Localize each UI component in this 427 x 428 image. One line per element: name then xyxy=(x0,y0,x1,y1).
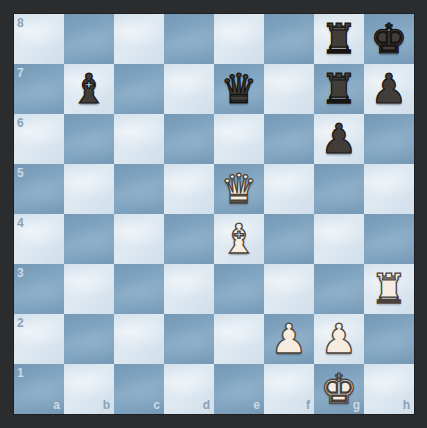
square-e5[interactable]: ♛ xyxy=(214,164,264,214)
square-f6[interactable] xyxy=(264,114,314,164)
square-f7[interactable] xyxy=(264,64,314,114)
chess-board-frame: 8♜♚7♝♛♜♟6♟5♛4♝3♜2♟♟1abcdefg♚h xyxy=(0,0,427,428)
square-g1[interactable]: g♚ xyxy=(314,364,364,414)
square-b3[interactable] xyxy=(64,264,114,314)
square-e6[interactable] xyxy=(214,114,264,164)
square-f3[interactable] xyxy=(264,264,314,314)
square-a6[interactable]: 6 xyxy=(14,114,64,164)
file-label-f: f xyxy=(306,399,310,411)
square-g8[interactable]: ♜ xyxy=(314,14,364,64)
square-h2[interactable] xyxy=(364,314,414,364)
square-g3[interactable] xyxy=(314,264,364,314)
square-g7[interactable]: ♜ xyxy=(314,64,364,114)
piece-white-queen-e5[interactable]: ♛ xyxy=(221,164,258,214)
square-g2[interactable]: ♟ xyxy=(314,314,364,364)
square-b6[interactable] xyxy=(64,114,114,164)
square-a4[interactable]: 4 xyxy=(14,214,64,264)
square-d4[interactable] xyxy=(164,214,214,264)
square-f4[interactable] xyxy=(264,214,314,264)
square-b5[interactable] xyxy=(64,164,114,214)
square-f1[interactable]: f xyxy=(264,364,314,414)
square-d6[interactable] xyxy=(164,114,214,164)
square-e2[interactable] xyxy=(214,314,264,364)
square-a7[interactable]: 7 xyxy=(14,64,64,114)
file-label-d: d xyxy=(203,399,210,411)
piece-black-bishop-b7[interactable]: ♝ xyxy=(71,64,108,114)
square-c1[interactable]: c xyxy=(114,364,164,414)
file-label-c: c xyxy=(153,399,160,411)
square-a3[interactable]: 3 xyxy=(14,264,64,314)
rank-label-2: 2 xyxy=(17,317,24,329)
file-label-b: b xyxy=(103,399,110,411)
rank-label-7: 7 xyxy=(17,67,24,79)
square-b4[interactable] xyxy=(64,214,114,264)
square-h6[interactable] xyxy=(364,114,414,164)
square-d7[interactable] xyxy=(164,64,214,114)
square-d3[interactable] xyxy=(164,264,214,314)
rank-label-5: 5 xyxy=(17,167,24,179)
square-h7[interactable]: ♟ xyxy=(364,64,414,114)
square-d8[interactable] xyxy=(164,14,214,64)
rank-label-1: 1 xyxy=(17,367,24,379)
square-h4[interactable] xyxy=(364,214,414,264)
square-h8[interactable]: ♚ xyxy=(364,14,414,64)
piece-black-pawn-g6[interactable]: ♟ xyxy=(321,114,358,164)
file-label-e: e xyxy=(253,399,260,411)
square-c5[interactable] xyxy=(114,164,164,214)
square-g6[interactable]: ♟ xyxy=(314,114,364,164)
square-e8[interactable] xyxy=(214,14,264,64)
file-label-h: h xyxy=(403,399,410,411)
square-b1[interactable]: b xyxy=(64,364,114,414)
square-e3[interactable] xyxy=(214,264,264,314)
square-h3[interactable]: ♜ xyxy=(364,264,414,314)
square-h5[interactable] xyxy=(364,164,414,214)
piece-black-rook-g8[interactable]: ♜ xyxy=(321,14,358,64)
rank-label-3: 3 xyxy=(17,267,24,279)
file-label-a: a xyxy=(53,399,60,411)
square-d5[interactable] xyxy=(164,164,214,214)
square-f5[interactable] xyxy=(264,164,314,214)
square-e4[interactable]: ♝ xyxy=(214,214,264,264)
piece-white-pawn-g2[interactable]: ♟ xyxy=(321,314,358,364)
piece-white-rook-h3[interactable]: ♜ xyxy=(371,264,408,314)
square-c6[interactable] xyxy=(114,114,164,164)
piece-white-pawn-f2[interactable]: ♟ xyxy=(271,314,308,364)
square-a1[interactable]: 1a xyxy=(14,364,64,414)
square-c3[interactable] xyxy=(114,264,164,314)
rank-label-4: 4 xyxy=(17,217,24,229)
piece-black-king-h8[interactable]: ♚ xyxy=(371,14,408,64)
piece-black-pawn-h7[interactable]: ♟ xyxy=(371,64,408,114)
square-c2[interactable] xyxy=(114,314,164,364)
square-b8[interactable] xyxy=(64,14,114,64)
rank-label-8: 8 xyxy=(17,17,24,29)
square-b2[interactable] xyxy=(64,314,114,364)
square-f8[interactable] xyxy=(264,14,314,64)
square-g4[interactable] xyxy=(314,214,364,264)
square-b7[interactable]: ♝ xyxy=(64,64,114,114)
chess-board: 8♜♚7♝♛♜♟6♟5♛4♝3♜2♟♟1abcdefg♚h xyxy=(14,14,414,414)
piece-white-king-g1[interactable]: ♚ xyxy=(321,364,358,414)
square-a2[interactable]: 2 xyxy=(14,314,64,364)
square-g5[interactable] xyxy=(314,164,364,214)
square-c4[interactable] xyxy=(114,214,164,264)
square-d1[interactable]: d xyxy=(164,364,214,414)
piece-black-queen-e7[interactable]: ♛ xyxy=(221,64,258,114)
square-c7[interactable] xyxy=(114,64,164,114)
square-e1[interactable]: e xyxy=(214,364,264,414)
rank-label-6: 6 xyxy=(17,117,24,129)
square-e7[interactable]: ♛ xyxy=(214,64,264,114)
piece-white-bishop-e4[interactable]: ♝ xyxy=(221,214,258,264)
square-d2[interactable] xyxy=(164,314,214,364)
square-a8[interactable]: 8 xyxy=(14,14,64,64)
square-f2[interactable]: ♟ xyxy=(264,314,314,364)
square-h1[interactable]: h xyxy=(364,364,414,414)
square-a5[interactable]: 5 xyxy=(14,164,64,214)
square-c8[interactable] xyxy=(114,14,164,64)
piece-black-rook-g7[interactable]: ♜ xyxy=(321,64,358,114)
